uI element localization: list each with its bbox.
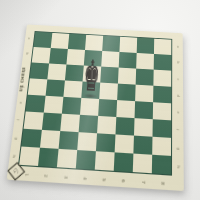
file-label: c [170, 77, 187, 80]
rank-label: 5 [101, 169, 107, 190]
board-square [133, 136, 152, 155]
rank-label: 2 [42, 165, 49, 186]
board-square [100, 67, 118, 84]
board-square [81, 81, 100, 98]
board-square [85, 35, 103, 51]
board-square [114, 152, 134, 172]
board-square [83, 66, 102, 83]
board-square [49, 48, 68, 65]
board-square [65, 65, 84, 82]
chess-board: ♚ [18, 31, 172, 176]
rank-label: 6 [120, 170, 126, 191]
board-square [47, 63, 66, 80]
board-square [116, 100, 135, 118]
file-label: g [169, 146, 187, 149]
board-square [57, 149, 77, 169]
board-square [84, 50, 102, 67]
board-square [136, 53, 154, 70]
board-square [98, 99, 117, 117]
rank-label: 1 [23, 164, 31, 185]
rank-label: 3 [62, 166, 69, 187]
board-square [154, 54, 172, 71]
rank-label: 4 [81, 168, 88, 189]
board-square [95, 151, 115, 171]
board-square [135, 101, 154, 119]
file-label: g [7, 136, 25, 139]
board-square [76, 150, 96, 170]
file-label: b [19, 52, 36, 55]
board-square [153, 70, 171, 87]
board-square [102, 36, 120, 52]
board-square [118, 68, 136, 85]
board-square [115, 134, 134, 153]
board-square [136, 69, 154, 86]
board-square [38, 148, 59, 168]
board-square [66, 49, 85, 66]
board-square [77, 132, 97, 151]
file-label: a [21, 37, 37, 40]
board-square [135, 85, 153, 103]
file-label: e [12, 101, 29, 104]
board-square [99, 83, 118, 101]
board-square [152, 137, 171, 156]
board-square [40, 130, 60, 149]
board-square [115, 117, 134, 136]
board-square [46, 79, 65, 96]
board-square [60, 114, 80, 132]
board-square [153, 102, 171, 120]
vinyl-chessboard-sheet: ♚ 12345678 abcdefgh abcdefgh US CHESS ♘ [7, 24, 184, 191]
board-square [97, 116, 116, 135]
board-square [44, 96, 64, 114]
rank-label: 7 [140, 171, 146, 192]
file-label: h [5, 154, 23, 158]
board-square [62, 97, 81, 115]
board-square [63, 80, 82, 97]
board-square [80, 98, 99, 116]
board-square [119, 37, 137, 53]
board-square [79, 115, 99, 134]
board-square [117, 84, 136, 102]
board-square [153, 86, 171, 104]
board-square [59, 131, 79, 150]
board-square [137, 38, 155, 54]
file-label: f [10, 119, 28, 121]
rank-label: 8 [159, 173, 165, 194]
file-labels-right: abcdefgh [174, 39, 183, 176]
board-square [119, 52, 137, 69]
board-square [101, 51, 119, 68]
board-square [68, 34, 86, 50]
board-square [152, 155, 171, 175]
board-square [51, 33, 70, 49]
board-square [96, 133, 116, 152]
board-square [32, 47, 51, 63]
board-square [133, 154, 152, 174]
photo-background-cloth: ♚ 12345678 abcdefgh abcdefgh US CHESS ♘ [0, 0, 200, 200]
board-square [34, 32, 53, 48]
board-square [134, 118, 153, 137]
board-square [42, 113, 62, 131]
board-square [154, 39, 171, 55]
